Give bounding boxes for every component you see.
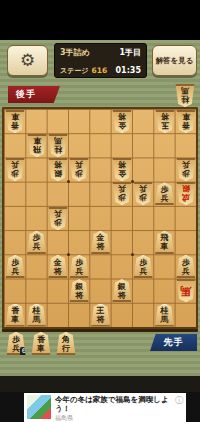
timer: 01:35: [116, 66, 141, 75]
ad-title: 今年の冬は家族で福島を満喫しよう！: [55, 395, 173, 413]
ad-divider-strip: [0, 376, 200, 392]
ad-banner: 今年の冬は家族で福島を満喫しよう！ 福島県 ⓘ: [0, 392, 200, 422]
star-point: [131, 253, 134, 256]
gote-label-banner: 後手: [8, 86, 60, 103]
piece-角行-sente[interactable]: 角行: [56, 332, 76, 355]
puzzle-type-label: 3手詰め: [60, 47, 90, 58]
ad-card[interactable]: 今年の冬は家族で福島を満喫しよう！ 福島県 ⓘ: [24, 393, 186, 422]
app-screen: ⚙ 3手詰め 1手目 ステージ616 01:35 解答を見る 後手: [0, 0, 200, 422]
puzzle-info-panel: 3手詰め 1手目 ステージ616 01:35: [54, 43, 147, 78]
status-bar: [0, 0, 200, 40]
settings-button[interactable]: ⚙: [7, 45, 48, 76]
hand-count-badge: 6: [20, 347, 28, 356]
ad-thumbnail: [27, 395, 51, 419]
stage-number: 616: [92, 66, 108, 75]
piece-桂馬-gote[interactable]: 桂馬: [175, 84, 195, 107]
star-point: [67, 180, 70, 183]
ad-sponsor: 福島県: [55, 414, 173, 422]
gear-icon: ⚙: [20, 52, 35, 69]
ad-info-icon[interactable]: ⓘ: [173, 395, 183, 406]
piece-香車-sente[interactable]: 香車: [31, 332, 51, 355]
show-answer-label: 解答を見る: [156, 56, 194, 66]
sente-label-banner: 先手: [150, 334, 197, 351]
stage-label: ステージ: [60, 67, 89, 75]
star-point: [67, 253, 70, 256]
piece-歩兵-sente[interactable]: 歩兵6: [6, 332, 26, 355]
move-number-label: 1手目: [119, 47, 141, 58]
shogi-board[interactable]: 香車金将玉将香車飛車桂馬歩兵銀将歩兵金将歩兵歩兵歩兵歩兵成銀歩兵歩兵金将飛車歩兵…: [2, 107, 198, 329]
show-answer-button[interactable]: 解答を見る: [152, 45, 197, 76]
play-field: ⚙ 3手詰め 1手目 ステージ616 01:35 解答を見る 後手: [0, 40, 200, 376]
